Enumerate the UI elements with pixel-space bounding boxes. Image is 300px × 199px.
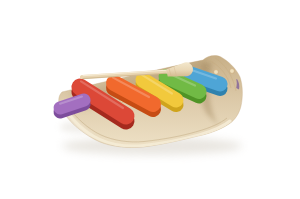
peg [214, 70, 219, 75]
product-photo [0, 0, 300, 199]
xylophone-photo [0, 0, 300, 199]
peg [230, 69, 235, 74]
bar-purple-handle [60, 100, 84, 108]
